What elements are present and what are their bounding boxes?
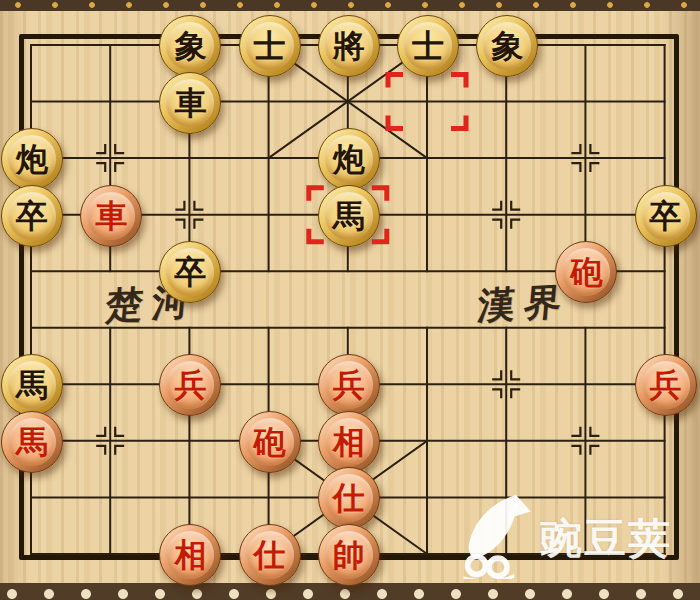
piece-glyph: 馬 — [8, 361, 56, 409]
piece-red-elephant[interactable]: 相 — [318, 411, 380, 473]
piece-glyph: 兵 — [642, 361, 690, 409]
piece-red-horse[interactable]: 馬 — [1, 411, 63, 473]
piece-red-general[interactable]: 帥 — [318, 524, 380, 586]
piece-red-chariot[interactable]: 車 — [80, 185, 142, 247]
piece-black-chariot[interactable]: 車 — [159, 72, 221, 134]
piece-red-soldier[interactable]: 兵 — [318, 354, 380, 416]
piece-red-elephant[interactable]: 相 — [159, 524, 221, 586]
piece-glyph: 馬 — [325, 192, 373, 240]
piece-black-elephant[interactable]: 象 — [476, 15, 538, 77]
piece-black-horse[interactable]: 馬 — [318, 185, 380, 247]
piece-glyph: 帥 — [325, 531, 373, 579]
piece-glyph: 士 — [246, 22, 294, 70]
piece-glyph: 炮 — [8, 135, 56, 183]
piece-black-horse[interactable]: 馬 — [1, 354, 63, 416]
piece-glyph: 象 — [483, 22, 531, 70]
piece-glyph: 仕 — [325, 474, 373, 522]
piece-glyph: 炮 — [325, 135, 373, 183]
piece-red-advisor[interactable]: 仕 — [239, 524, 301, 586]
xiangqi-game-screen: 楚河 漢界 象士將士象車炮炮卒馬卒卒馬車砲兵兵兵馬砲相仕相仕帥 豌豆荚 — [0, 0, 700, 600]
piece-black-soldier[interactable]: 卒 — [159, 241, 221, 303]
piece-red-cannon[interactable]: 砲 — [239, 411, 301, 473]
piece-glyph: 相 — [166, 531, 214, 579]
piece-glyph: 卒 — [166, 248, 214, 296]
piece-red-soldier[interactable]: 兵 — [635, 354, 697, 416]
piece-black-elephant[interactable]: 象 — [159, 15, 221, 77]
piece-glyph: 兵 — [325, 361, 373, 409]
piece-black-soldier[interactable]: 卒 — [635, 185, 697, 247]
piece-red-cannon[interactable]: 砲 — [555, 241, 617, 303]
piece-glyph: 相 — [325, 418, 373, 466]
xiangqi-board[interactable]: 象士將士象車炮炮卒馬卒卒馬車砲兵兵兵馬砲相仕相仕帥 — [0, 0, 700, 600]
piece-black-advisor[interactable]: 士 — [397, 15, 459, 77]
piece-black-advisor[interactable]: 士 — [239, 15, 301, 77]
piece-black-cannon[interactable]: 炮 — [1, 128, 63, 190]
piece-red-advisor[interactable]: 仕 — [318, 467, 380, 529]
piece-glyph: 仕 — [246, 531, 294, 579]
piece-black-soldier[interactable]: 卒 — [1, 185, 63, 247]
piece-glyph: 象 — [166, 22, 214, 70]
piece-glyph: 馬 — [8, 418, 56, 466]
piece-glyph: 車 — [166, 79, 214, 127]
piece-black-general[interactable]: 將 — [318, 15, 380, 77]
piece-glyph: 砲 — [246, 418, 294, 466]
piece-glyph: 士 — [404, 22, 452, 70]
piece-black-cannon[interactable]: 炮 — [318, 128, 380, 190]
piece-glyph: 卒 — [642, 192, 690, 240]
piece-glyph: 車 — [87, 192, 135, 240]
piece-red-soldier[interactable]: 兵 — [159, 354, 221, 416]
piece-glyph: 砲 — [562, 248, 610, 296]
piece-glyph: 卒 — [8, 192, 56, 240]
piece-glyph: 兵 — [166, 361, 214, 409]
piece-glyph: 將 — [325, 22, 373, 70]
